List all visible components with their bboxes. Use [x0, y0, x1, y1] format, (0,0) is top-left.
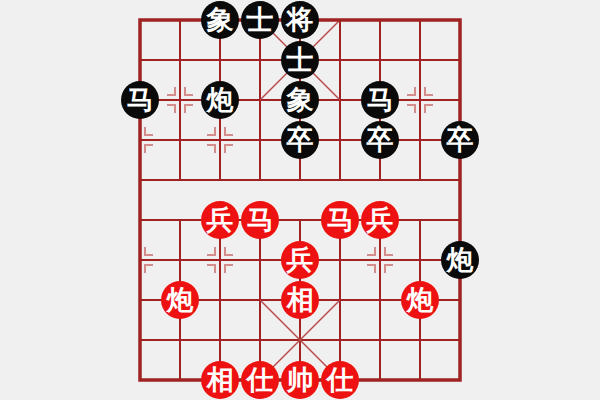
board-point: 卒: [280, 120, 320, 160]
piece-red-cannon[interactable]: 炮: [401, 281, 439, 319]
piece-red-general[interactable]: 帅: [281, 361, 319, 399]
board-point: 士: [280, 40, 320, 80]
board-point: 象: [280, 80, 320, 120]
piece-red-advisor[interactable]: 仕: [241, 361, 279, 399]
board-point: 相: [280, 280, 320, 320]
board-point: 马: [360, 80, 400, 120]
board-point: 兵: [280, 240, 320, 280]
xiangqi-board[interactable]: 象士将士马炮象马卒卒卒兵马马兵兵炮炮相炮相仕帅仕: [120, 0, 480, 400]
piece-red-elephant[interactable]: 相: [281, 281, 319, 319]
board-point: 象: [200, 0, 240, 40]
piece-red-horse[interactable]: 马: [321, 201, 359, 239]
piece-black-soldier[interactable]: 卒: [441, 121, 479, 159]
board-point: 将: [280, 0, 320, 40]
piece-black-soldier[interactable]: 卒: [361, 121, 399, 159]
piece-red-horse[interactable]: 马: [241, 201, 279, 239]
piece-black-cannon[interactable]: 炮: [201, 81, 239, 119]
piece-black-advisor[interactable]: 士: [281, 41, 319, 79]
board-point: 帅: [280, 360, 320, 400]
piece-red-soldier[interactable]: 兵: [361, 201, 399, 239]
piece-black-soldier[interactable]: 卒: [281, 121, 319, 159]
piece-red-advisor[interactable]: 仕: [321, 361, 359, 399]
xiangqi-app: 象士将士马炮象马卒卒卒兵马马兵兵炮炮相炮相仕帅仕: [0, 0, 600, 400]
board-point: 炮: [160, 280, 200, 320]
board-point: 仕: [320, 360, 360, 400]
piece-black-elephant[interactable]: 象: [201, 1, 239, 39]
piece-red-cannon[interactable]: 炮: [161, 281, 199, 319]
piece-red-elephant[interactable]: 相: [201, 361, 239, 399]
board-point: 兵: [360, 200, 400, 240]
board-point: 卒: [360, 120, 400, 160]
board-point: 仕: [240, 360, 280, 400]
board-point: 炮: [440, 240, 480, 280]
piece-red-soldier[interactable]: 兵: [281, 241, 319, 279]
piece-black-horse[interactable]: 马: [361, 81, 399, 119]
board-point: 炮: [400, 280, 440, 320]
board-point: 炮: [200, 80, 240, 120]
board-point: 马: [120, 80, 160, 120]
board-point: 士: [240, 0, 280, 40]
board-point: 卒: [440, 120, 480, 160]
piece-red-soldier[interactable]: 兵: [201, 201, 239, 239]
piece-black-advisor[interactable]: 士: [241, 1, 279, 39]
piece-black-general[interactable]: 将: [281, 1, 319, 39]
piece-black-elephant[interactable]: 象: [281, 81, 319, 119]
piece-black-horse[interactable]: 马: [121, 81, 159, 119]
piece-black-cannon[interactable]: 炮: [441, 241, 479, 279]
board-point: 马: [320, 200, 360, 240]
board-point: 马: [240, 200, 280, 240]
board-point: 兵: [200, 200, 240, 240]
board-point: 相: [200, 360, 240, 400]
